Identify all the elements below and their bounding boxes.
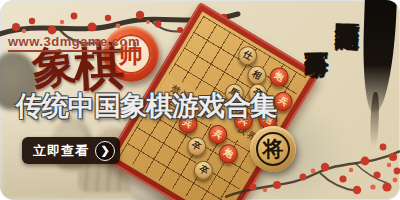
- ink-brush-stroke: [361, 0, 397, 115]
- headline-text: 传统中国象棋游戏合集: [16, 88, 276, 124]
- black-general-char: 将: [263, 135, 284, 163]
- calligraphy-right-column: 楚河汉界相隔: [334, 4, 360, 5]
- view-now-label: 立即查看: [33, 142, 89, 160]
- arrow-circle-icon: ❯: [95, 141, 115, 161]
- view-now-button[interactable]: 立即查看 ❯: [22, 137, 120, 164]
- xiangqi-game-banner: 楚河 汉界 仕相炮兵卒炮馬兵車兵兵炮卒卒 帅 将 象 棋 www.3dmgame…: [0, 0, 400, 200]
- black-general-piece: 将: [250, 126, 296, 172]
- site-watermark: www.3dmgame.com: [8, 34, 140, 52]
